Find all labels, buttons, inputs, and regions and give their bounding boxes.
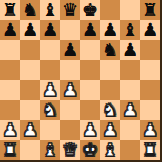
square-h8[interactable]: ♜ <box>140 0 160 20</box>
square-g2[interactable] <box>120 120 140 140</box>
piece-black-rook: ♜ <box>2 0 18 20</box>
square-d8[interactable]: ♛ <box>60 0 80 20</box>
piece-black-pawn: ♟ <box>142 20 158 40</box>
square-a2[interactable]: ♟ <box>0 120 20 140</box>
square-c4[interactable]: ♟ <box>40 80 60 100</box>
square-b6[interactable] <box>20 40 40 60</box>
square-f5[interactable] <box>100 60 120 80</box>
square-e7[interactable]: ♟ <box>80 20 100 40</box>
piece-white-king: ♚ <box>82 140 98 160</box>
square-g8[interactable] <box>120 0 140 20</box>
square-f1[interactable]: ♝ <box>100 140 120 160</box>
square-d2[interactable] <box>60 120 80 140</box>
chess-board-container: ♜♞♝♛♚♜♟♟♟♟♟♝♟♟♞♟♟♟♞♞♟♟♟♟♟♟♜♝♛♚♝♜ <box>0 0 162 162</box>
piece-black-knight: ♞ <box>102 40 118 60</box>
square-h4[interactable] <box>140 80 160 100</box>
square-a8[interactable]: ♜ <box>0 0 20 20</box>
piece-white-bishop: ♝ <box>102 140 118 160</box>
square-h5[interactable] <box>140 60 160 80</box>
piece-white-queen: ♛ <box>62 140 78 160</box>
square-d5[interactable] <box>60 60 80 80</box>
piece-black-pawn: ♟ <box>2 20 18 40</box>
piece-white-knight: ♞ <box>42 100 58 120</box>
square-e2[interactable]: ♟ <box>80 120 100 140</box>
piece-black-pawn: ♟ <box>102 20 118 40</box>
piece-white-pawn: ♟ <box>102 120 118 140</box>
square-a7[interactable]: ♟ <box>0 20 20 40</box>
piece-white-pawn: ♟ <box>42 80 58 100</box>
square-h1[interactable]: ♜ <box>140 140 160 160</box>
piece-black-pawn: ♟ <box>122 40 138 60</box>
square-g1[interactable] <box>120 140 140 160</box>
square-d7[interactable] <box>60 20 80 40</box>
square-d3[interactable] <box>60 100 80 120</box>
square-a3[interactable] <box>0 100 20 120</box>
square-g5[interactable] <box>120 60 140 80</box>
piece-white-rook: ♜ <box>2 140 18 160</box>
square-c7[interactable]: ♟ <box>40 20 60 40</box>
square-c6[interactable] <box>40 40 60 60</box>
square-g3[interactable]: ♟ <box>120 100 140 120</box>
square-a4[interactable] <box>0 80 20 100</box>
piece-white-pawn: ♟ <box>142 120 158 140</box>
square-b2[interactable]: ♟ <box>20 120 40 140</box>
square-h6[interactable] <box>140 40 160 60</box>
piece-black-bishop: ♝ <box>42 0 58 20</box>
square-h7[interactable]: ♟ <box>140 20 160 40</box>
square-f6[interactable]: ♞ <box>100 40 120 60</box>
square-e4[interactable] <box>80 80 100 100</box>
square-f8[interactable] <box>100 0 120 20</box>
square-g6[interactable]: ♟ <box>120 40 140 60</box>
piece-black-bishop: ♝ <box>122 20 138 40</box>
square-g4[interactable] <box>120 80 140 100</box>
piece-black-pawn: ♟ <box>62 40 78 60</box>
square-f4[interactable] <box>100 80 120 100</box>
square-d1[interactable]: ♛ <box>60 140 80 160</box>
square-e1[interactable]: ♚ <box>80 140 100 160</box>
square-f3[interactable]: ♞ <box>100 100 120 120</box>
square-h3[interactable] <box>140 100 160 120</box>
piece-black-queen: ♛ <box>62 0 78 20</box>
square-e6[interactable] <box>80 40 100 60</box>
square-a1[interactable]: ♜ <box>0 140 20 160</box>
square-h2[interactable]: ♟ <box>140 120 160 140</box>
square-c5[interactable] <box>40 60 60 80</box>
square-b3[interactable] <box>20 100 40 120</box>
square-b5[interactable] <box>20 60 40 80</box>
piece-black-pawn: ♟ <box>42 20 58 40</box>
piece-white-pawn: ♟ <box>62 80 78 100</box>
square-b4[interactable] <box>20 80 40 100</box>
square-c1[interactable]: ♝ <box>40 140 60 160</box>
chess-board: ♜♞♝♛♚♜♟♟♟♟♟♝♟♟♞♟♟♟♞♞♟♟♟♟♟♟♜♝♛♚♝♜ <box>0 0 162 162</box>
piece-black-knight: ♞ <box>22 0 38 20</box>
square-f7[interactable]: ♟ <box>100 20 120 40</box>
square-a6[interactable] <box>0 40 20 60</box>
square-f2[interactable]: ♟ <box>100 120 120 140</box>
square-e8[interactable]: ♚ <box>80 0 100 20</box>
square-c3[interactable]: ♞ <box>40 100 60 120</box>
square-d6[interactable]: ♟ <box>60 40 80 60</box>
square-d4[interactable]: ♟ <box>60 80 80 100</box>
square-c8[interactable]: ♝ <box>40 0 60 20</box>
piece-black-rook: ♜ <box>142 0 158 20</box>
square-e3[interactable] <box>80 100 100 120</box>
piece-white-pawn: ♟ <box>122 100 138 120</box>
square-e5[interactable] <box>80 60 100 80</box>
square-a5[interactable] <box>0 60 20 80</box>
square-c2[interactable] <box>40 120 60 140</box>
piece-black-pawn: ♟ <box>22 20 38 40</box>
piece-white-bishop: ♝ <box>42 140 58 160</box>
piece-white-pawn: ♟ <box>2 120 18 140</box>
square-b7[interactable]: ♟ <box>20 20 40 40</box>
square-b1[interactable] <box>20 140 40 160</box>
piece-black-pawn: ♟ <box>82 20 98 40</box>
piece-black-king: ♚ <box>82 0 98 20</box>
piece-white-pawn: ♟ <box>22 120 38 140</box>
piece-white-knight: ♞ <box>102 100 118 120</box>
square-g7[interactable]: ♝ <box>120 20 140 40</box>
square-b8[interactable]: ♞ <box>20 0 40 20</box>
piece-white-rook: ♜ <box>142 140 158 160</box>
piece-white-pawn: ♟ <box>82 120 98 140</box>
